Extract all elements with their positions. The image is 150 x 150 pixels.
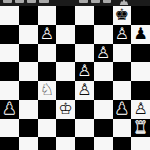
square-e2[interactable] — [75, 119, 94, 138]
cropped-piece-icon — [39, 0, 49, 3]
square-g2[interactable] — [113, 119, 132, 138]
square-a8[interactable] — [0, 6, 19, 25]
cropped-piece-icon — [91, 0, 100, 3]
square-b6[interactable] — [19, 44, 38, 63]
square-b4[interactable] — [19, 81, 38, 100]
square-a6[interactable] — [0, 44, 19, 63]
white-pawn[interactable]: ♙ — [96, 44, 110, 63]
square-g4[interactable] — [113, 81, 132, 100]
square-f4[interactable] — [94, 81, 113, 100]
square-h5[interactable] — [131, 62, 150, 81]
black-pawn[interactable]: ♟ — [133, 25, 147, 44]
square-d7[interactable] — [56, 25, 75, 44]
square-b1[interactable] — [19, 137, 38, 150]
square-b5[interactable] — [19, 62, 38, 81]
square-f3[interactable] — [94, 100, 113, 119]
square-c7[interactable]: ♙ — [38, 25, 57, 44]
cropped-piece-icon — [15, 0, 24, 3]
square-e1[interactable] — [75, 137, 94, 150]
square-e7[interactable] — [75, 25, 94, 44]
cropped-piece-icon — [79, 0, 88, 3]
square-c4[interactable]: ♘ — [38, 81, 57, 100]
square-f7[interactable] — [94, 25, 113, 44]
square-d1[interactable] — [56, 137, 75, 150]
square-a7[interactable] — [0, 25, 19, 44]
square-c5[interactable] — [38, 62, 57, 81]
square-h3[interactable]: ♙ — [131, 100, 150, 119]
chess-app-screen: ♚♙♙♟♙♙♘♙♟♔♟♙♜ — [0, 0, 150, 150]
square-h2[interactable]: ♜ — [131, 119, 150, 138]
square-h4[interactable] — [131, 81, 150, 100]
square-g3[interactable]: ♟ — [113, 100, 132, 119]
cropped-piece-icon — [3, 0, 12, 3]
chess-board: ♚♙♙♟♙♙♘♙♟♔♟♙♜ — [0, 6, 150, 150]
black-king[interactable]: ♚ — [115, 6, 129, 25]
square-e4[interactable]: ♙ — [75, 81, 94, 100]
square-a1[interactable] — [0, 137, 19, 150]
square-e5[interactable]: ♙ — [75, 62, 94, 81]
black-rook[interactable]: ♜ — [133, 119, 147, 138]
square-g1[interactable] — [113, 137, 132, 150]
white-knight[interactable]: ♘ — [40, 81, 54, 100]
square-c2[interactable] — [38, 119, 57, 138]
square-f5[interactable] — [94, 62, 113, 81]
white-king[interactable]: ♔ — [58, 100, 72, 119]
square-f1[interactable] — [94, 137, 113, 150]
cropped-piece-icon — [103, 0, 111, 3]
square-a5[interactable] — [0, 62, 19, 81]
square-g6[interactable] — [113, 44, 132, 63]
square-h1[interactable] — [131, 137, 150, 150]
square-d8[interactable] — [56, 6, 75, 25]
square-c6[interactable] — [38, 44, 57, 63]
square-d6[interactable] — [56, 44, 75, 63]
square-b3[interactable] — [19, 100, 38, 119]
square-f8[interactable] — [94, 6, 113, 25]
square-a3[interactable]: ♟ — [0, 100, 19, 119]
square-e8[interactable] — [75, 6, 94, 25]
square-d5[interactable] — [56, 62, 75, 81]
black-pawn[interactable]: ♟ — [2, 100, 16, 119]
square-e3[interactable] — [75, 100, 94, 119]
square-c1[interactable] — [38, 137, 57, 150]
square-b8[interactable] — [19, 6, 38, 25]
square-c8[interactable] — [38, 6, 57, 25]
square-a4[interactable] — [0, 81, 19, 100]
square-g8[interactable]: ♚ — [113, 6, 132, 25]
square-d2[interactable] — [56, 119, 75, 138]
white-pawn[interactable]: ♙ — [40, 25, 54, 44]
white-pawn[interactable]: ♙ — [77, 81, 91, 100]
square-d4[interactable] — [56, 81, 75, 100]
cropped-piece-icon — [27, 0, 36, 3]
square-f6[interactable]: ♙ — [94, 44, 113, 63]
square-b7[interactable] — [19, 25, 38, 44]
square-g7[interactable]: ♙ — [113, 25, 132, 44]
square-c3[interactable] — [38, 100, 57, 119]
square-a2[interactable] — [0, 119, 19, 138]
square-b2[interactable] — [19, 119, 38, 138]
square-d3[interactable]: ♔ — [56, 100, 75, 119]
square-h6[interactable] — [131, 44, 150, 63]
cropped-piece-icon — [118, 0, 130, 5]
square-e6[interactable] — [75, 44, 94, 63]
black-pawn[interactable]: ♟ — [115, 100, 129, 119]
square-g5[interactable] — [113, 62, 132, 81]
white-pawn[interactable]: ♙ — [115, 25, 129, 44]
square-f2[interactable] — [94, 119, 113, 138]
white-pawn[interactable]: ♙ — [77, 62, 91, 81]
white-pawn[interactable]: ♙ — [133, 100, 147, 119]
square-h8[interactable] — [131, 6, 150, 25]
square-h7[interactable]: ♟ — [131, 25, 150, 44]
